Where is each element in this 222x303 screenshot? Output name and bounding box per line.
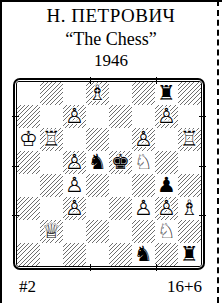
square-d1[interactable]: [86, 243, 109, 266]
border-tick: [199, 116, 206, 117]
square-g5[interactable]: [155, 151, 178, 174]
white-pawn-piece[interactable]: ♙: [134, 128, 153, 151]
square-h7[interactable]: [178, 105, 201, 128]
square-a3[interactable]: [17, 197, 40, 220]
border-tick: [199, 166, 206, 167]
square-c3[interactable]: ♙: [63, 197, 86, 220]
square-b2[interactable]: ♕: [40, 220, 63, 243]
square-b7[interactable]: [40, 105, 63, 128]
white-pawn-piece[interactable]: ♙: [65, 174, 84, 197]
publication-year: 1946: [0, 50, 222, 71]
square-h6[interactable]: ♖: [178, 128, 201, 151]
square-b5[interactable]: [40, 151, 63, 174]
stipulation-mate-in-2: #2: [19, 277, 36, 297]
square-f2[interactable]: [132, 220, 155, 243]
square-f3[interactable]: ♙: [132, 197, 155, 220]
white-queen-piece[interactable]: ♕: [42, 220, 61, 243]
square-f4[interactable]: [132, 174, 155, 197]
white-pawn-piece[interactable]: ♙: [157, 105, 176, 128]
square-h8[interactable]: [178, 82, 201, 105]
square-g7[interactable]: ♙: [155, 105, 178, 128]
square-c5[interactable]: ♙: [63, 151, 86, 174]
white-pawn-piece[interactable]: ♙: [65, 105, 84, 128]
chess-board-grid: ♗♜♙♙♔♖♙♖♙♞♚♘♙♟♙♙♙♗♕♘♞♜: [17, 82, 201, 266]
white-bishop-piece[interactable]: ♗: [88, 82, 107, 105]
square-g1[interactable]: [155, 243, 178, 266]
square-h5[interactable]: [178, 151, 201, 174]
author-name: Н. ПЕТРОВИЧ: [0, 4, 222, 28]
square-d7[interactable]: [86, 105, 109, 128]
border-tick: [12, 166, 19, 167]
source-title: “The Chess”: [0, 28, 222, 50]
square-a4[interactable]: [17, 174, 40, 197]
border-tick: [156, 77, 157, 84]
white-bishop-piece[interactable]: ♗: [180, 197, 199, 220]
black-pawn-piece[interactable]: ♟: [157, 174, 176, 197]
square-h4[interactable]: [178, 174, 201, 197]
white-king-piece[interactable]: ♔: [19, 128, 38, 151]
black-knight-piece[interactable]: ♞: [88, 151, 107, 174]
square-f8[interactable]: [132, 82, 155, 105]
page-rule-top: [0, 0, 222, 2]
square-c7[interactable]: ♙: [63, 105, 86, 128]
square-c2[interactable]: [63, 220, 86, 243]
square-g6[interactable]: [155, 128, 178, 151]
square-h1[interactable]: ♜: [178, 243, 201, 266]
white-pawn-piece[interactable]: ♙: [65, 197, 84, 220]
border-tick: [12, 215, 19, 216]
square-d4[interactable]: [86, 174, 109, 197]
square-g3[interactable]: ♙: [155, 197, 178, 220]
square-e7[interactable]: [109, 105, 132, 128]
square-a5[interactable]: [17, 151, 40, 174]
square-g2[interactable]: ♘: [155, 220, 178, 243]
square-d3[interactable]: [86, 197, 109, 220]
square-f7[interactable]: [132, 105, 155, 128]
square-e1[interactable]: [109, 243, 132, 266]
white-knight-piece[interactable]: ♘: [157, 220, 176, 243]
square-e6[interactable]: [109, 128, 132, 151]
border-tick: [156, 264, 157, 271]
square-b3[interactable]: [40, 197, 63, 220]
square-d5[interactable]: ♞: [86, 151, 109, 174]
white-pawn-piece[interactable]: ♙: [65, 151, 84, 174]
square-f5[interactable]: ♘: [132, 151, 155, 174]
white-rook-piece[interactable]: ♖: [180, 128, 199, 151]
problem-caption: #2 16+6: [0, 277, 222, 297]
square-f1[interactable]: ♞: [132, 243, 155, 266]
black-rook-piece[interactable]: ♜: [180, 243, 199, 266]
square-b4[interactable]: [40, 174, 63, 197]
square-c8[interactable]: [63, 82, 86, 105]
border-tick: [12, 116, 19, 117]
piece-count: 16+6: [167, 277, 202, 297]
border-tick: [90, 264, 91, 271]
black-rook-piece[interactable]: ♜: [157, 82, 176, 105]
square-d6[interactable]: [86, 128, 109, 151]
square-e4[interactable]: [109, 174, 132, 197]
white-pawn-piece[interactable]: ♙: [157, 197, 176, 220]
chess-board: ♗♜♙♙♔♖♙♖♙♞♚♘♙♟♙♙♙♗♕♘♞♜: [13, 78, 205, 270]
white-pawn-piece[interactable]: ♙: [134, 197, 153, 220]
square-e2[interactable]: [109, 220, 132, 243]
white-knight-piece[interactable]: ♘: [134, 151, 153, 174]
square-b8[interactable]: [40, 82, 63, 105]
square-f6[interactable]: ♙: [132, 128, 155, 151]
square-e8[interactable]: [109, 82, 132, 105]
square-g4[interactable]: ♟: [155, 174, 178, 197]
page: Н. ПЕТРОВИЧ “The Chess” 1946 ♗♜♙♙♔♖♙♖♙♞♚…: [0, 0, 222, 303]
square-b6[interactable]: ♖: [40, 128, 63, 151]
border-tick: [90, 77, 91, 84]
square-d8[interactable]: ♗: [86, 82, 109, 105]
square-a8[interactable]: [17, 82, 40, 105]
square-c6[interactable]: [63, 128, 86, 151]
square-a1[interactable]: [17, 243, 40, 266]
square-a2[interactable]: [17, 220, 40, 243]
black-king-piece[interactable]: ♚: [111, 151, 130, 174]
black-knight-piece[interactable]: ♞: [134, 243, 153, 266]
problem-header: Н. ПЕТРОВИЧ “The Chess” 1946: [0, 4, 222, 71]
square-a6[interactable]: ♔: [17, 128, 40, 151]
square-d2[interactable]: [86, 220, 109, 243]
square-c4[interactable]: ♙: [63, 174, 86, 197]
chess-board-frame: ♗♜♙♙♔♖♙♖♙♞♚♘♙♟♙♙♙♗♕♘♞♜: [16, 81, 202, 267]
border-tick: [199, 215, 206, 216]
square-a7[interactable]: [17, 105, 40, 128]
square-e3[interactable]: [109, 197, 132, 220]
square-h3[interactable]: ♗: [178, 197, 201, 220]
square-e5[interactable]: ♚: [109, 151, 132, 174]
square-b1[interactable]: [40, 243, 63, 266]
square-g8[interactable]: ♜: [155, 82, 178, 105]
white-rook-piece[interactable]: ♖: [42, 128, 61, 151]
square-c1[interactable]: [63, 243, 86, 266]
square-h2[interactable]: [178, 220, 201, 243]
